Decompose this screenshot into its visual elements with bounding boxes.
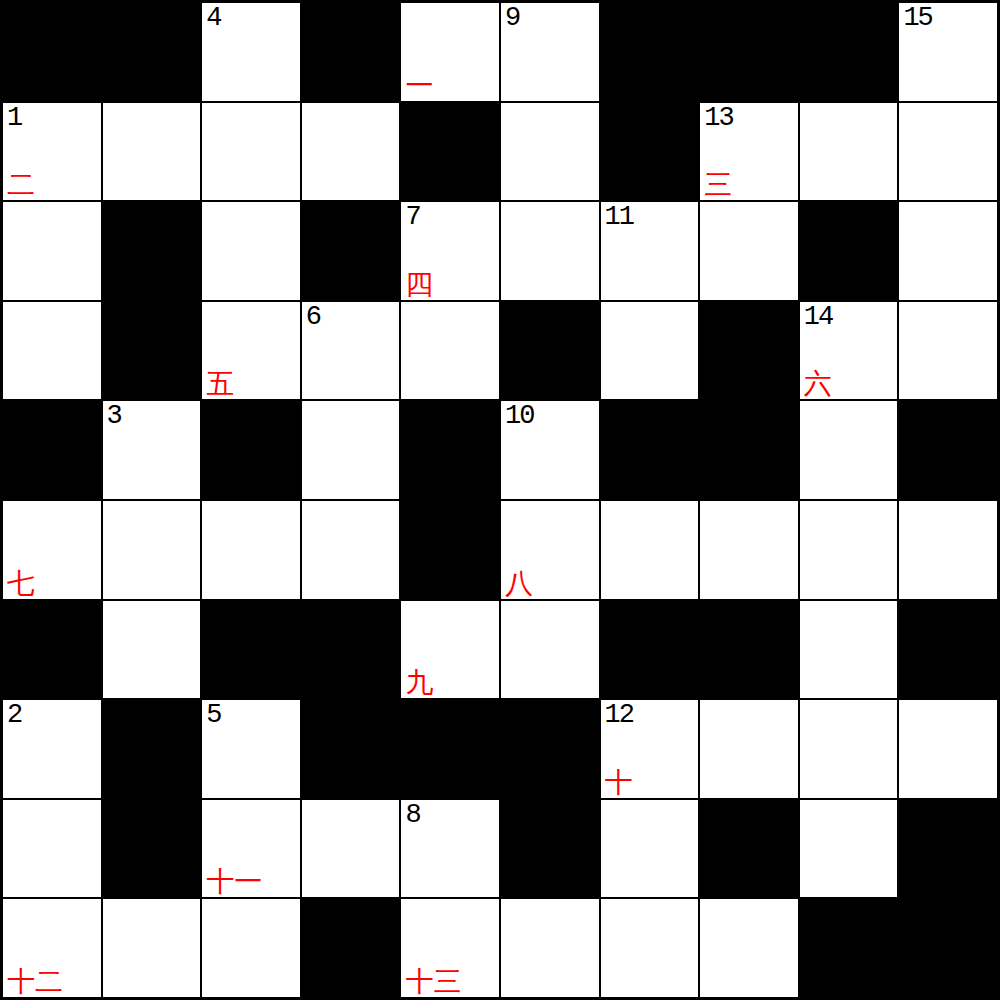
cell-r1c0[interactable]: 1二 — [3, 103, 101, 201]
block-cell-r7c5 — [501, 700, 599, 798]
cell-r3c4[interactable] — [401, 302, 499, 400]
cell-r4c5[interactable]: 10 — [501, 401, 599, 499]
down-clue-number: 1 — [7, 104, 21, 132]
cell-r3c0[interactable] — [3, 302, 101, 400]
cell-r6c4[interactable]: 九 — [401, 601, 499, 699]
cell-r0c2[interactable]: 4 — [202, 3, 300, 101]
cell-r0c4[interactable]: 一 — [401, 3, 499, 101]
block-cell-r8c9 — [899, 800, 997, 898]
cell-r9c4[interactable]: 十三 — [401, 899, 499, 997]
cell-r2c7[interactable] — [700, 202, 798, 300]
cell-r5c1[interactable] — [103, 501, 201, 599]
cell-r8c3[interactable] — [302, 800, 400, 898]
block-cell-r6c3 — [302, 601, 400, 699]
block-cell-r6c9 — [899, 601, 997, 699]
cell-r2c4[interactable]: 7四 — [401, 202, 499, 300]
block-cell-r5c4 — [401, 501, 499, 599]
cell-r2c6[interactable]: 11 — [601, 202, 699, 300]
block-cell-r9c3 — [302, 899, 400, 997]
block-cell-r4c0 — [3, 401, 101, 499]
cell-r1c3[interactable] — [302, 103, 400, 201]
across-clue-number: 一 — [405, 72, 433, 100]
down-clue-number: 6 — [306, 303, 320, 331]
block-cell-r0c7 — [700, 3, 798, 101]
cell-r9c7[interactable] — [700, 899, 798, 997]
down-clue-number: 2 — [7, 701, 21, 729]
down-clue-number: 12 — [605, 701, 633, 729]
cell-r9c0[interactable]: 十二 — [3, 899, 101, 997]
block-cell-r8c7 — [700, 800, 798, 898]
block-cell-r1c4 — [401, 103, 499, 201]
across-clue-number: 七 — [7, 570, 35, 598]
across-clue-number: 十三 — [405, 968, 461, 996]
cell-r3c3[interactable]: 6 — [302, 302, 400, 400]
crossword-board: 4一9151二13三7四11五614六310七八九2512十十一8十二十三 — [0, 0, 1000, 1000]
cell-r4c3[interactable] — [302, 401, 400, 499]
cell-r7c0[interactable]: 2 — [3, 700, 101, 798]
block-cell-r3c7 — [700, 302, 798, 400]
cell-r8c0[interactable] — [3, 800, 101, 898]
cell-r3c9[interactable] — [899, 302, 997, 400]
block-cell-r7c1 — [103, 700, 201, 798]
cell-r2c2[interactable] — [202, 202, 300, 300]
cell-r5c2[interactable] — [202, 501, 300, 599]
cell-r9c5[interactable] — [501, 899, 599, 997]
down-clue-number: 9 — [505, 4, 519, 32]
block-cell-r0c6 — [601, 3, 699, 101]
down-clue-number: 10 — [505, 402, 533, 430]
block-cell-r4c2 — [202, 401, 300, 499]
block-cell-r0c8 — [800, 3, 898, 101]
cell-r3c8[interactable]: 14六 — [800, 302, 898, 400]
block-cell-r3c1 — [103, 302, 201, 400]
across-clue-number: 十二 — [7, 968, 63, 996]
cell-r3c6[interactable] — [601, 302, 699, 400]
block-cell-r6c7 — [700, 601, 798, 699]
across-clue-number: 二 — [7, 171, 35, 199]
block-cell-r6c2 — [202, 601, 300, 699]
across-clue-number: 九 — [405, 669, 433, 697]
block-cell-r8c5 — [501, 800, 599, 898]
cell-r8c6[interactable] — [601, 800, 699, 898]
cell-r5c9[interactable] — [899, 501, 997, 599]
cell-r5c3[interactable] — [302, 501, 400, 599]
cell-r5c7[interactable] — [700, 501, 798, 599]
cell-r5c6[interactable] — [601, 501, 699, 599]
across-clue-number: 三 — [704, 171, 732, 199]
block-cell-r2c3 — [302, 202, 400, 300]
cell-r1c1[interactable] — [103, 103, 201, 201]
down-clue-number: 5 — [206, 701, 220, 729]
cell-r7c6[interactable]: 12十 — [601, 700, 699, 798]
cell-r2c9[interactable] — [899, 202, 997, 300]
block-cell-r4c6 — [601, 401, 699, 499]
block-cell-r8c1 — [103, 800, 201, 898]
cell-r2c5[interactable] — [501, 202, 599, 300]
down-clue-number: 14 — [804, 303, 832, 331]
cell-r8c8[interactable] — [800, 800, 898, 898]
block-cell-r4c4 — [401, 401, 499, 499]
cell-r6c1[interactable] — [103, 601, 201, 699]
down-clue-number: 3 — [107, 402, 121, 430]
cell-r9c2[interactable] — [202, 899, 300, 997]
across-clue-number: 十 — [605, 769, 633, 797]
across-clue-number: 十一 — [206, 868, 262, 896]
block-cell-r3c5 — [501, 302, 599, 400]
cell-r7c8[interactable] — [800, 700, 898, 798]
cell-r7c9[interactable] — [899, 700, 997, 798]
cell-r6c8[interactable] — [800, 601, 898, 699]
cell-r9c6[interactable] — [601, 899, 699, 997]
block-cell-r6c0 — [3, 601, 101, 699]
cell-r4c8[interactable] — [800, 401, 898, 499]
cell-r6c5[interactable] — [501, 601, 599, 699]
cell-r1c8[interactable] — [800, 103, 898, 201]
down-clue-number: 7 — [405, 203, 419, 231]
block-cell-r7c4 — [401, 700, 499, 798]
block-cell-r0c0 — [3, 3, 101, 101]
across-clue-number: 八 — [505, 570, 533, 598]
cell-r3c2[interactable]: 五 — [202, 302, 300, 400]
block-cell-r0c3 — [302, 3, 400, 101]
down-clue-number: 15 — [903, 4, 931, 32]
cell-r8c2[interactable]: 十一 — [202, 800, 300, 898]
cell-r4c1[interactable]: 3 — [103, 401, 201, 499]
block-cell-r2c8 — [800, 202, 898, 300]
down-clue-number: 11 — [605, 203, 633, 231]
cell-r7c2[interactable]: 5 — [202, 700, 300, 798]
cell-r5c5[interactable]: 八 — [501, 501, 599, 599]
cell-r9c1[interactable] — [103, 899, 201, 997]
down-clue-number: 13 — [704, 104, 732, 132]
block-cell-r1c6 — [601, 103, 699, 201]
cell-r1c2[interactable] — [202, 103, 300, 201]
across-clue-number: 四 — [405, 271, 433, 299]
block-cell-r7c3 — [302, 700, 400, 798]
cell-r0c5[interactable]: 9 — [501, 3, 599, 101]
block-cell-r9c9 — [899, 899, 997, 997]
down-clue-number: 8 — [405, 801, 419, 829]
block-cell-r0c1 — [103, 3, 201, 101]
block-cell-r6c6 — [601, 601, 699, 699]
cell-r5c0[interactable]: 七 — [3, 501, 101, 599]
block-cell-r4c9 — [899, 401, 997, 499]
across-clue-number: 六 — [804, 370, 832, 398]
cell-r5c8[interactable] — [800, 501, 898, 599]
down-clue-number: 4 — [206, 4, 220, 32]
across-clue-number: 五 — [206, 370, 234, 398]
cell-r1c9[interactable] — [899, 103, 997, 201]
cell-r1c7[interactable]: 13三 — [700, 103, 798, 201]
cell-r8c4[interactable]: 8 — [401, 800, 499, 898]
block-cell-r2c1 — [103, 202, 201, 300]
cell-r7c7[interactable] — [700, 700, 798, 798]
cell-r0c9[interactable]: 15 — [899, 3, 997, 101]
block-cell-r9c8 — [800, 899, 898, 997]
block-cell-r4c7 — [700, 401, 798, 499]
cell-r1c5[interactable] — [501, 103, 599, 201]
cell-r2c0[interactable] — [3, 202, 101, 300]
